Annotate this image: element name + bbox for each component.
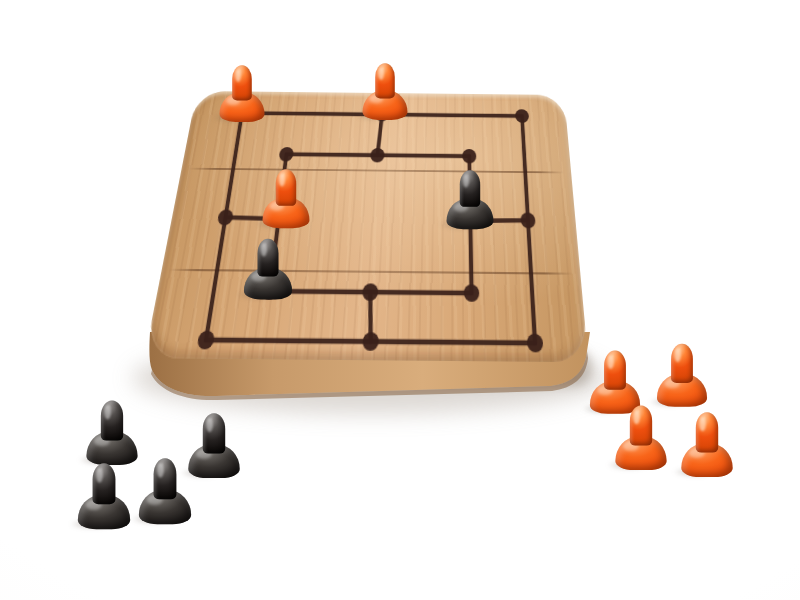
pawn-head [604, 351, 626, 390]
pawn-head [101, 401, 123, 441]
pawn-head [375, 63, 395, 98]
pawn-head [232, 65, 252, 100]
pawn-head [671, 344, 693, 383]
pawn-head [258, 239, 279, 277]
pawn-head [276, 169, 296, 206]
pawn-black-on-inner-bottom-left[interactable] [243, 239, 293, 300]
pawn-head [93, 463, 116, 504]
pawn-black-on-inner-mid-right[interactable] [446, 170, 495, 229]
pawn-black-reserve-3[interactable] [138, 458, 193, 524]
pawn-orange-on-inner-mid-left[interactable] [262, 169, 311, 228]
pawn-head [630, 405, 652, 445]
photo-scene [0, 0, 800, 600]
pawn-black-reserve-1[interactable] [85, 401, 138, 465]
pawn-head [154, 458, 177, 499]
pawn-orange-reserve-8[interactable] [680, 412, 734, 477]
pawn-head [460, 170, 480, 207]
pawn-head [696, 412, 718, 452]
pawn-orange-reserve-5[interactable] [656, 344, 708, 407]
pawn-head [203, 413, 225, 453]
pawn-orange-on-outer-top-mid[interactable] [362, 63, 409, 120]
pieces-layer [0, 0, 800, 600]
pawn-orange-reserve-6[interactable] [589, 351, 641, 414]
pawn-orange-on-outer-top-left[interactable] [219, 65, 266, 122]
pawn-black-reserve-2[interactable] [187, 413, 241, 478]
pawn-orange-reserve-7[interactable] [614, 405, 667, 470]
pawn-black-reserve-4[interactable] [77, 463, 132, 529]
